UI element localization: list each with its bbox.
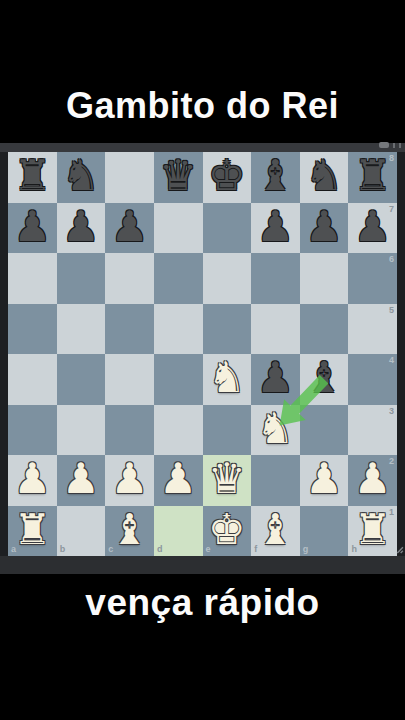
piece-white-rook-a1[interactable]: ♜ [13, 509, 51, 551]
square-b1[interactable]: b [57, 506, 106, 557]
square-e2[interactable]: ♛ [203, 455, 252, 506]
square-c3[interactable] [105, 405, 154, 456]
square-d8[interactable]: ♛ [154, 152, 203, 203]
square-f4[interactable]: ♟ [251, 354, 300, 405]
square-g5[interactable] [300, 304, 349, 355]
square-a2[interactable]: ♟ [8, 455, 57, 506]
piece-black-knight-b8[interactable]: ♞ [62, 155, 100, 197]
square-d5[interactable] [154, 304, 203, 355]
square-e3[interactable] [203, 405, 252, 456]
square-e5[interactable] [203, 304, 252, 355]
square-g1[interactable]: g [300, 506, 349, 557]
piece-black-rook-a8[interactable]: ♜ [13, 155, 51, 197]
square-g2[interactable]: ♟ [300, 455, 349, 506]
signal-bar-icon [399, 143, 401, 148]
piece-white-queen-e2[interactable]: ♛ [208, 458, 246, 500]
square-c7[interactable]: ♟ [105, 203, 154, 254]
square-e1[interactable]: e♚ [203, 506, 252, 557]
rank-coordinate-5: 5 [389, 306, 394, 315]
chess-board[interactable]: ♜♞♛♚♝♞8♜♟♟♟♟♟7♟65♞♟♝4♞3♟♟♟♟♛♟2♟a♜bc♝de♚f… [8, 152, 397, 556]
app-bottombar [0, 556, 405, 574]
square-b7[interactable]: ♟ [57, 203, 106, 254]
square-a6[interactable] [8, 253, 57, 304]
page-title: Gambito do Rei [0, 84, 405, 128]
square-f7[interactable]: ♟ [251, 203, 300, 254]
square-f8[interactable]: ♝ [251, 152, 300, 203]
square-h6[interactable]: 6 [348, 253, 397, 304]
square-g6[interactable] [300, 253, 349, 304]
status-icons [379, 140, 401, 150]
square-b4[interactable] [57, 354, 106, 405]
piece-black-pawn-c7[interactable]: ♟ [111, 206, 149, 248]
square-g3[interactable] [300, 405, 349, 456]
rank-coordinate-4: 4 [389, 356, 394, 365]
square-d6[interactable] [154, 253, 203, 304]
square-b3[interactable] [57, 405, 106, 456]
rank-coordinate-3: 3 [389, 407, 394, 416]
square-f6[interactable] [251, 253, 300, 304]
square-e4[interactable]: ♞ [203, 354, 252, 405]
square-h1[interactable]: 1h♜ [348, 506, 397, 557]
square-b8[interactable]: ♞ [57, 152, 106, 203]
square-h2[interactable]: 2♟ [348, 455, 397, 506]
square-c2[interactable]: ♟ [105, 455, 154, 506]
square-f1[interactable]: f♝ [251, 506, 300, 557]
piece-black-rook-h8[interactable]: ♜ [354, 155, 392, 197]
square-f5[interactable] [251, 304, 300, 355]
piece-white-pawn-h2[interactable]: ♟ [354, 458, 392, 500]
piece-white-bishop-f1[interactable]: ♝ [257, 509, 295, 551]
piece-black-queen-d8[interactable]: ♛ [159, 155, 197, 197]
square-f2[interactable] [251, 455, 300, 506]
square-a8[interactable]: ♜ [8, 152, 57, 203]
board-resize-handle[interactable] [394, 544, 404, 554]
square-c4[interactable] [105, 354, 154, 405]
piece-white-pawn-c2[interactable]: ♟ [111, 458, 149, 500]
square-b2[interactable]: ♟ [57, 455, 106, 506]
piece-black-pawn-h7[interactable]: ♟ [354, 206, 392, 248]
shorts-video-frame: { "game": "chess", "titles": { "top": "G… [0, 0, 405, 720]
cast-icon [379, 142, 389, 148]
piece-black-knight-g8[interactable]: ♞ [305, 155, 343, 197]
square-a5[interactable] [8, 304, 57, 355]
square-h8[interactable]: 8♜ [348, 152, 397, 203]
piece-black-pawn-g7[interactable]: ♟ [305, 206, 343, 248]
square-g4[interactable]: ♝ [300, 354, 349, 405]
square-d1[interactable]: d [154, 506, 203, 557]
square-c1[interactable]: c♝ [105, 506, 154, 557]
piece-white-pawn-a2[interactable]: ♟ [13, 458, 51, 500]
square-h7[interactable]: 7♟ [348, 203, 397, 254]
signal-bar-icon [393, 143, 395, 148]
square-h4[interactable]: 4 [348, 354, 397, 405]
square-a1[interactable]: a♜ [8, 506, 57, 557]
square-g7[interactable]: ♟ [300, 203, 349, 254]
square-d3[interactable] [154, 405, 203, 456]
square-e7[interactable] [203, 203, 252, 254]
file-coordinate-g: g [303, 545, 309, 554]
square-a4[interactable] [8, 354, 57, 405]
piece-black-pawn-b7[interactable]: ♟ [62, 206, 100, 248]
piece-white-pawn-g2[interactable]: ♟ [305, 458, 343, 500]
square-d7[interactable] [154, 203, 203, 254]
piece-white-king-e1[interactable]: ♚ [208, 509, 246, 551]
square-a3[interactable] [8, 405, 57, 456]
piece-white-knight-e4[interactable]: ♞ [208, 357, 246, 399]
square-c6[interactable] [105, 253, 154, 304]
piece-white-pawn-d2[interactable]: ♟ [159, 458, 197, 500]
file-coordinate-b: b [60, 545, 66, 554]
square-b6[interactable] [57, 253, 106, 304]
square-a7[interactable]: ♟ [8, 203, 57, 254]
chess-app-frame: ♜♞♛♚♝♞8♜♟♟♟♟♟7♟65♞♟♝4♞3♟♟♟♟♛♟2♟a♜bc♝de♚f… [0, 143, 405, 574]
square-f3[interactable]: ♞ [251, 405, 300, 456]
piece-white-bishop-c1[interactable]: ♝ [111, 509, 149, 551]
piece-white-knight-f3[interactable]: ♞ [257, 408, 295, 450]
file-coordinate-d: d [157, 545, 163, 554]
square-c8[interactable] [105, 152, 154, 203]
piece-black-pawn-a7[interactable]: ♟ [13, 206, 51, 248]
square-c5[interactable] [105, 304, 154, 355]
square-h3[interactable]: 3 [348, 405, 397, 456]
square-e8[interactable]: ♚ [203, 152, 252, 203]
square-g8[interactable]: ♞ [300, 152, 349, 203]
square-d4[interactable] [154, 354, 203, 405]
piece-black-bishop-f8[interactable]: ♝ [257, 155, 295, 197]
rank-coordinate-6: 6 [389, 255, 394, 264]
caption-text: vença rápido [0, 580, 405, 626]
piece-black-king-e8[interactable]: ♚ [208, 155, 246, 197]
piece-black-bishop-g4[interactable]: ♝ [305, 357, 343, 399]
app-topbar [0, 143, 405, 152]
piece-black-pawn-f4[interactable]: ♟ [257, 357, 295, 399]
piece-white-rook-h1[interactable]: ♜ [354, 509, 392, 551]
square-d2[interactable]: ♟ [154, 455, 203, 506]
piece-black-pawn-f7[interactable]: ♟ [257, 206, 295, 248]
square-h5[interactable]: 5 [348, 304, 397, 355]
square-e6[interactable] [203, 253, 252, 304]
square-b5[interactable] [57, 304, 106, 355]
piece-white-pawn-b2[interactable]: ♟ [62, 458, 100, 500]
